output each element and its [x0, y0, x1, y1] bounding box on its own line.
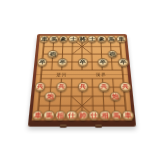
hinge-clasp-icon [95, 125, 102, 128]
piece-black-advisor[interactable]: 士 [87, 36, 97, 44]
piece-red-elephant[interactable]: 相 [100, 110, 112, 120]
piece-red-chariot[interactable]: 車 [122, 110, 134, 120]
pieces-layer: 車馬象士將士象馬車砲砲卒卒卒卒卒兵兵兵兵兵炮炮車馬相仕帥仕相馬車 [32, 36, 133, 121]
piece-black-elephant[interactable]: 象 [97, 36, 107, 44]
piece-red-chariot[interactable]: 車 [32, 110, 44, 120]
piece-red-horse[interactable]: 馬 [111, 110, 123, 120]
hinge-clasp-icon [60, 125, 67, 128]
piece-red-general[interactable]: 帥 [77, 110, 88, 120]
piece-black-soldier[interactable]: 卒 [118, 58, 129, 66]
piece-red-cannon[interactable]: 炮 [110, 92, 121, 102]
piece-red-advisor[interactable]: 仕 [66, 110, 77, 120]
piece-red-soldier[interactable]: 兵 [35, 82, 46, 91]
piece-black-horse[interactable]: 馬 [106, 36, 116, 44]
piece-black-soldier[interactable]: 卒 [78, 58, 88, 66]
board-surface: 楚河 漢界 車馬象士將士象馬車砲砲卒卒卒卒卒兵兵兵兵兵炮炮車馬相仕帥仕相馬車 [32, 36, 133, 121]
piece-red-soldier[interactable]: 兵 [120, 82, 131, 91]
piece-red-cannon[interactable]: 炮 [45, 92, 56, 102]
piece-red-soldier[interactable]: 兵 [99, 82, 110, 91]
piece-black-cannon[interactable]: 砲 [107, 50, 117, 58]
piece-black-chariot[interactable]: 車 [116, 36, 126, 44]
piece-red-soldier[interactable]: 兵 [56, 82, 67, 91]
piece-black-soldier[interactable]: 卒 [98, 58, 108, 66]
piece-black-soldier[interactable]: 卒 [57, 58, 67, 66]
piece-black-chariot[interactable]: 車 [39, 36, 49, 44]
piece-black-advisor[interactable]: 士 [68, 36, 78, 44]
piece-black-soldier[interactable]: 卒 [37, 58, 48, 66]
piece-black-elephant[interactable]: 象 [59, 36, 69, 44]
piece-red-soldier[interactable]: 兵 [77, 82, 88, 91]
piece-red-horse[interactable]: 馬 [43, 110, 55, 120]
piece-red-elephant[interactable]: 相 [54, 110, 66, 120]
piece-red-advisor[interactable]: 仕 [88, 110, 99, 120]
piece-black-horse[interactable]: 馬 [49, 36, 59, 44]
board-stage: 楚河 漢界 車馬象士將士象馬車砲砲卒卒卒卒卒兵兵兵兵兵炮炮車馬相仕帥仕相馬車 [33, 22, 131, 130]
piece-black-cannon[interactable]: 砲 [48, 50, 58, 58]
xiangqi-board: 楚河 漢界 車馬象士將士象馬車砲砲卒卒卒卒卒兵兵兵兵兵炮炮車馬相仕帥仕相馬車 [28, 34, 136, 126]
piece-black-general[interactable]: 將 [78, 36, 88, 44]
